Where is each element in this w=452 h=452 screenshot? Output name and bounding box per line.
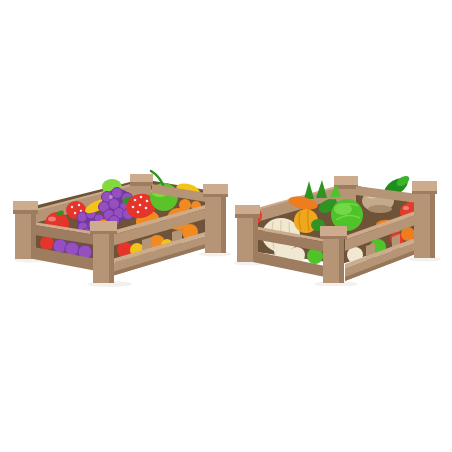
vegetable-crate-front-left-post (320, 226, 347, 283)
product-photo (0, 0, 452, 452)
fruit-crate-back-left-post (13, 201, 38, 259)
fruit-crate (6, 168, 238, 290)
vegetable-crate-back-left-post (235, 205, 260, 262)
vegetable-crate (228, 150, 452, 286)
fruit-crate-front-right-post (203, 184, 228, 253)
fruit-crate-front-left-post (90, 221, 117, 283)
vegetable-crate-front-right-post (412, 181, 437, 258)
